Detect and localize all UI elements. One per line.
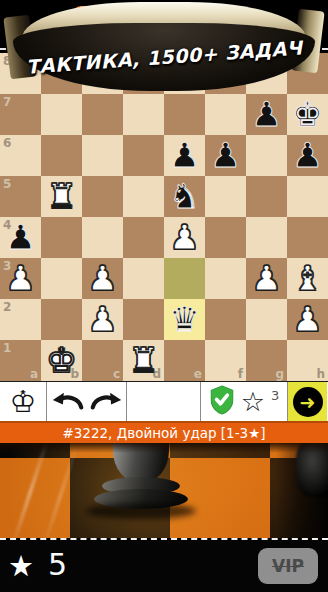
square-d5[interactable] (123, 176, 164, 217)
square-f6[interactable]: ♟ (205, 135, 246, 176)
square-e3[interactable] (164, 258, 205, 299)
square-a6[interactable]: 6 (0, 135, 41, 176)
square-g8[interactable] (246, 53, 287, 94)
puzzle-toolbar: ♔ ☆ (0, 381, 328, 421)
square-a7[interactable]: 7 (0, 94, 41, 135)
square-h8[interactable] (287, 53, 328, 94)
square-a8[interactable]: 8 (0, 53, 41, 94)
undo-button[interactable] (51, 388, 84, 416)
square-f2[interactable] (205, 299, 246, 340)
rank-label-1: 1 (3, 341, 11, 355)
square-a4[interactable]: 4♟ (0, 217, 41, 258)
photo-pawn-silhouette (86, 443, 196, 529)
file-label-g: g (275, 367, 284, 381)
vip-label: VIP (272, 556, 304, 576)
next-puzzle-button[interactable]: ➜ (288, 382, 327, 421)
redo-icon (90, 388, 123, 412)
square-d8[interactable] (123, 53, 164, 94)
redo-button[interactable] (90, 388, 123, 416)
ribbon-gold-band (22, 2, 306, 48)
square-g1[interactable]: g (246, 340, 287, 381)
square-a5[interactable]: 5 (0, 176, 41, 217)
square-a2[interactable]: 2 (0, 299, 41, 340)
puzzle-title: #3222, Двойной удар [1-3★] (62, 425, 265, 441)
square-d6[interactable] (123, 135, 164, 176)
footer-star-icon: ★ (8, 549, 34, 583)
rank-label-7: 7 (3, 95, 11, 109)
square-c8[interactable] (82, 53, 123, 94)
top-dashed-divider (0, 48, 328, 50)
square-f1[interactable]: f (205, 340, 246, 381)
square-d3[interactable] (123, 258, 164, 299)
square-b8[interactable] (41, 53, 82, 94)
square-c2[interactable]: ♟ (82, 299, 123, 340)
file-label-h: h (316, 367, 325, 381)
black-knight-e5: ♞ (164, 176, 205, 217)
black-pawn-f6: ♟ (205, 135, 246, 176)
square-b6[interactable] (41, 135, 82, 176)
square-b2[interactable] (41, 299, 82, 340)
verified-shield-button[interactable] (209, 385, 235, 419)
square-e2[interactable]: ♛ (164, 299, 205, 340)
square-g4[interactable] (246, 217, 287, 258)
white-bishop-h3: ♝ (287, 258, 328, 299)
footer-bar: ★ 5 VIP (0, 540, 328, 592)
rating-group: ☆ 3 (201, 382, 288, 421)
white-pawn-h2: ♟ (287, 299, 328, 340)
file-label-e: e (194, 367, 202, 381)
square-e5[interactable]: ♞ (164, 176, 205, 217)
square-b1[interactable]: b♚ (41, 340, 82, 381)
move-display-field (127, 382, 201, 421)
black-queen-e2: ♛ (164, 299, 205, 340)
square-d2[interactable] (123, 299, 164, 340)
square-e1[interactable]: e (164, 340, 205, 381)
rank-label-2: 2 (3, 300, 11, 314)
square-e7[interactable] (164, 94, 205, 135)
square-c6[interactable] (82, 135, 123, 176)
puzzle-title-bar: #3222, Двойной удар [1-3★] (0, 421, 328, 443)
rank-label-6: 6 (3, 136, 11, 150)
white-rook-b5: ♜ (41, 176, 82, 217)
black-pawn-g7: ♟ (246, 94, 287, 135)
next-arrow-icon: ➜ (293, 387, 323, 417)
square-d7[interactable] (123, 94, 164, 135)
white-pawn-a3: ♟ (0, 258, 41, 299)
black-pawn-e6: ♟ (164, 135, 205, 176)
white-king-b1: ♚ (41, 340, 82, 381)
white-pawn-c2: ♟ (82, 299, 123, 340)
white-pawn-g3: ♟ (246, 258, 287, 299)
square-f7[interactable] (205, 94, 246, 135)
square-f8[interactable] (205, 53, 246, 94)
square-e4[interactable]: ♟ (164, 217, 205, 258)
square-h4[interactable] (287, 217, 328, 258)
square-a3[interactable]: 3♟ (0, 258, 41, 299)
footer-star-count: 5 (48, 547, 67, 582)
tab-label: И (115, 13, 128, 31)
undo-redo-group (47, 382, 127, 421)
square-h6[interactable]: ♟ (287, 135, 328, 176)
chess-photo-banner (0, 443, 328, 538)
verified-shield-icon (209, 385, 235, 415)
white-king-icon: ♔ (10, 384, 37, 419)
white-rook-d1: ♜ (123, 340, 164, 381)
square-c4[interactable] (82, 217, 123, 258)
star-rating-count: 3 (271, 388, 279, 403)
square-b5[interactable]: ♜ (41, 176, 82, 217)
black-pawn-a4: ♟ (0, 217, 41, 258)
square-b7[interactable] (41, 94, 82, 135)
square-d4[interactable] (123, 217, 164, 258)
rank-label-5: 5 (3, 177, 11, 191)
rank-label-8: 8 (3, 54, 11, 68)
star-icon[interactable]: ☆ (241, 388, 265, 415)
square-d1[interactable]: d♜ (123, 340, 164, 381)
square-e8[interactable] (164, 53, 205, 94)
square-h7[interactable]: ♚ (287, 94, 328, 135)
white-to-move-button[interactable]: ♔ (0, 382, 47, 421)
square-f4[interactable] (205, 217, 246, 258)
black-pawn-h6: ♟ (287, 135, 328, 176)
square-e6[interactable]: ♟ (164, 135, 205, 176)
square-a1[interactable]: 1a (0, 340, 41, 381)
black-king-h7: ♚ (287, 94, 328, 135)
file-label-a: a (30, 367, 38, 381)
square-f5[interactable] (205, 176, 246, 217)
square-g5[interactable] (246, 176, 287, 217)
square-c5[interactable] (82, 176, 123, 217)
white-pawn-c3: ♟ (82, 258, 123, 299)
square-c1[interactable]: c (82, 340, 123, 381)
square-b3[interactable] (41, 258, 82, 299)
square-f3[interactable] (205, 258, 246, 299)
file-label-c: c (113, 367, 120, 381)
undo-icon (51, 388, 84, 412)
file-label-f: f (238, 367, 243, 381)
square-h5[interactable] (287, 176, 328, 217)
square-g3[interactable]: ♟ (246, 258, 287, 299)
square-c7[interactable] (82, 94, 123, 135)
square-g2[interactable] (246, 299, 287, 340)
white-pawn-e4: ♟ (164, 217, 205, 258)
square-g6[interactable] (246, 135, 287, 176)
square-b4[interactable] (41, 217, 82, 258)
square-h2[interactable]: ♟ (287, 299, 328, 340)
chess-board[interactable]: 87♟♚6♟♟♟5♜♞4♟♟3♟♟♟♝2♟♛♟1ab♚cd♜efgh (0, 53, 328, 381)
vip-button[interactable]: VIP (258, 548, 318, 584)
chess-tactics-app: И ТАКТИКА, 1500+ ЗАДАЧ 87♟♚6♟♟♟5♜♞4♟♟3♟♟… (0, 0, 328, 592)
square-h3[interactable]: ♝ (287, 258, 328, 299)
square-g7[interactable]: ♟ (246, 94, 287, 135)
photo-right-shadow (276, 443, 328, 538)
square-c3[interactable]: ♟ (82, 258, 123, 299)
tab-zadachi[interactable]: И (72, 6, 136, 48)
square-h1[interactable]: h (287, 340, 328, 381)
